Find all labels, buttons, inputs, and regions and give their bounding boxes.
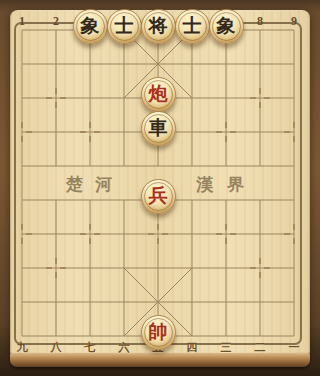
piece-black-elephant-2[interactable]: 象	[209, 9, 244, 44]
piece-glyph: 将	[149, 16, 168, 35]
piece-glyph: 兵	[149, 186, 168, 205]
board-grid[interactable]: 象士将士象炮車兵帥	[5, 13, 311, 353]
piece-glyph: 象	[217, 16, 236, 35]
piece-black-chariot[interactable]: 車	[141, 111, 176, 146]
piece-glyph: 象	[81, 16, 100, 35]
piece-red-general[interactable]: 帥	[141, 315, 176, 350]
app: { "game": "xiangqi", "position": { "fen"…	[0, 0, 320, 376]
piece-red-cannon[interactable]: 炮	[141, 77, 176, 112]
piece-red-soldier[interactable]: 兵	[141, 179, 176, 214]
piece-black-advisor-2[interactable]: 士	[175, 9, 210, 44]
piece-glyph: 車	[149, 118, 168, 137]
piece-black-elephant[interactable]: 象	[73, 9, 108, 44]
piece-black-general[interactable]: 将	[141, 9, 176, 44]
piece-black-advisor[interactable]: 士	[107, 9, 142, 44]
piece-glyph: 炮	[149, 84, 168, 103]
piece-glyph: 士	[183, 16, 202, 35]
piece-glyph: 帥	[149, 322, 168, 341]
piece-glyph: 士	[115, 16, 134, 35]
